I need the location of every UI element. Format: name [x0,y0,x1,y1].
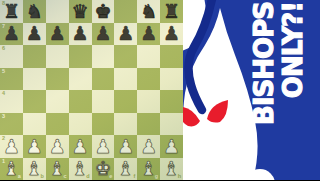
square-g5[interactable] [137,68,160,91]
thumbnail: ♜8♞♛♚♞♜♟7♟♟♟♟♟♟♟6543♟2♟♟♟♟♟♟♟♝1a♝b♝c♝d♚e… [0,0,320,180]
square-c3[interactable] [46,113,69,136]
square-h8[interactable]: ♜ [160,0,183,23]
piece-black-pawn[interactable]: ♟ [3,24,20,43]
square-b8[interactable]: ♞ [23,0,46,23]
rank-label-6: 6 [2,46,5,52]
piece-black-pawn[interactable]: ♟ [72,24,89,43]
thumbnail-panel: BISHOPS ONLY?! [183,0,320,180]
piece-white-pawn[interactable]: ♟ [117,137,134,156]
piece-black-pawn[interactable]: ♟ [117,24,134,43]
square-h2[interactable]: ♟ [160,135,183,158]
square-a5[interactable]: 5 [0,68,23,91]
square-h3[interactable] [160,113,183,136]
piece-white-pawn[interactable]: ♟ [163,137,180,156]
square-f7[interactable]: ♟ [114,23,137,46]
square-h7[interactable]: ♟ [160,23,183,46]
file-label-b: b [40,174,43,180]
rank-label-3: 3 [2,114,5,120]
piece-black-pawn[interactable]: ♟ [49,24,66,43]
title-line-2: ONLY?! [279,2,308,130]
square-d4[interactable] [69,90,92,113]
rank-label-2: 2 [2,136,5,142]
square-f5[interactable] [114,68,137,91]
piece-white-pawn[interactable]: ♟ [49,137,66,156]
piece-black-pawn[interactable]: ♟ [94,24,111,43]
square-b5[interactable] [23,68,46,91]
rank-label-7: 7 [2,24,5,30]
square-a3[interactable]: 3 [0,113,23,136]
square-c7[interactable]: ♟ [46,23,69,46]
piece-white-pawn[interactable]: ♟ [3,137,20,156]
piece-black-pawn[interactable]: ♟ [26,24,43,43]
square-a6[interactable]: 6 [0,45,23,68]
square-g3[interactable] [137,113,160,136]
square-f4[interactable] [114,90,137,113]
square-h6[interactable] [160,45,183,68]
square-h5[interactable] [160,68,183,91]
piece-white-pawn[interactable]: ♟ [140,137,157,156]
piece-black-queen[interactable]: ♛ [72,2,89,21]
square-b2[interactable]: ♟ [23,135,46,158]
chess-board[interactable]: ♜8♞♛♚♞♜♟7♟♟♟♟♟♟♟6543♟2♟♟♟♟♟♟♟♝1a♝b♝c♝d♚e… [0,0,183,180]
rank-label-5: 5 [2,69,5,75]
square-c8[interactable] [46,0,69,23]
square-e2[interactable]: ♟ [92,135,115,158]
file-label-h: h [178,174,181,180]
square-e3[interactable] [92,113,115,136]
thumbnail-title: BISHOPS ONLY?! [250,2,310,130]
square-b1[interactable]: ♝b [23,158,46,181]
piece-black-knight[interactable]: ♞ [140,2,157,21]
square-g1[interactable]: ♝g [137,158,160,181]
square-g4[interactable] [137,90,160,113]
square-a4[interactable]: 4 [0,90,23,113]
title-line-1: BISHOPS [250,2,279,130]
square-h1[interactable]: ♝h [160,158,183,181]
square-d5[interactable] [69,68,92,91]
file-label-e: e [109,174,112,180]
square-g8[interactable]: ♞ [137,0,160,23]
square-e8[interactable]: ♚ [92,0,115,23]
square-f8[interactable] [114,0,137,23]
piece-white-pawn[interactable]: ♟ [94,137,111,156]
square-g2[interactable]: ♟ [137,135,160,158]
square-a2[interactable]: ♟2 [0,135,23,158]
square-c6[interactable] [46,45,69,68]
square-e1[interactable]: ♚e [92,158,115,181]
rank-label-4: 4 [2,91,5,97]
square-g6[interactable] [137,45,160,68]
square-e7[interactable]: ♟ [92,23,115,46]
square-e6[interactable] [92,45,115,68]
piece-white-bishop[interactable]: ♝ [117,159,134,178]
square-b4[interactable] [23,90,46,113]
file-label-a: a [18,174,21,180]
piece-black-rook[interactable]: ♜ [3,2,20,21]
square-a1[interactable]: ♝1a [0,158,23,181]
square-f3[interactable] [114,113,137,136]
square-c2[interactable]: ♟ [46,135,69,158]
square-b7[interactable]: ♟ [23,23,46,46]
square-g7[interactable]: ♟ [137,23,160,46]
square-d7[interactable]: ♟ [69,23,92,46]
square-d2[interactable]: ♟ [69,135,92,158]
square-d6[interactable] [69,45,92,68]
file-label-g: g [155,174,158,180]
square-d1[interactable]: ♝d [69,158,92,181]
square-b3[interactable] [23,113,46,136]
square-d3[interactable] [69,113,92,136]
file-label-d: d [86,174,89,180]
rank-label-1: 1 [2,159,5,165]
square-e4[interactable] [92,90,115,113]
square-h4[interactable] [160,90,183,113]
rank-label-8: 8 [2,1,5,7]
piece-black-pawn[interactable]: ♟ [163,24,180,43]
piece-black-king[interactable]: ♚ [94,2,111,21]
square-a8[interactable]: ♜8 [0,0,23,23]
piece-black-knight[interactable]: ♞ [26,2,43,21]
piece-white-pawn[interactable]: ♟ [26,137,43,156]
square-f6[interactable] [114,45,137,68]
piece-black-pawn[interactable]: ♟ [140,24,157,43]
square-f1[interactable]: ♝f [114,158,137,181]
square-e5[interactable] [92,68,115,91]
square-c5[interactable] [46,68,69,91]
file-label-c: c [64,174,67,180]
square-b6[interactable] [23,45,46,68]
file-label-f: f [133,174,135,180]
square-a7[interactable]: ♟7 [0,23,23,46]
square-c1[interactable]: ♝c [46,158,69,181]
piece-white-pawn[interactable]: ♟ [72,137,89,156]
piece-black-rook[interactable]: ♜ [163,2,180,21]
square-f2[interactable]: ♟ [114,135,137,158]
square-c4[interactable] [46,90,69,113]
square-d8[interactable]: ♛ [69,0,92,23]
